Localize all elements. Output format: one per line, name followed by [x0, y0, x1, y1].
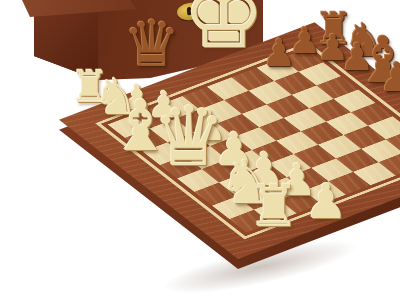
- black-pawn-1-piece[interactable]: ♟: [262, 34, 296, 72]
- black-pawn-5-piece[interactable]: ♟: [379, 57, 400, 97]
- white-queen-piece[interactable]: ♛: [152, 96, 226, 178]
- chess-set-photo: ♚♛♜♞♟♝♟♛♟♟♟♞♜♟♟♟♟♜♟♞♟♝♟: [0, 0, 400, 300]
- white-rook-kingside-piece[interactable]: ♜: [248, 177, 300, 235]
- black-queen-piece[interactable]: ♛: [123, 12, 180, 76]
- white-king-piece[interactable]: ♚: [183, 0, 265, 62]
- white-pawn-7-piece[interactable]: ♟: [304, 177, 347, 225]
